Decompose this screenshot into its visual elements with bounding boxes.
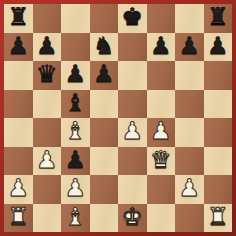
piece-white-pawn[interactable]: ♟ <box>150 119 172 143</box>
square-c6[interactable]: ♟ <box>61 61 90 90</box>
square-c4[interactable]: ♝ <box>61 118 90 147</box>
square-c1[interactable]: ♝ <box>61 204 90 233</box>
square-c5[interactable]: ♝ <box>61 90 90 119</box>
square-b6[interactable]: ♛ <box>33 61 62 90</box>
square-e7[interactable] <box>118 33 147 62</box>
piece-white-pawn[interactable]: ♟ <box>121 119 143 143</box>
piece-white-pawn[interactable]: ♟ <box>7 176 29 200</box>
square-g6[interactable] <box>175 61 204 90</box>
square-c3[interactable]: ♟ <box>61 147 90 176</box>
piece-black-rook[interactable]: ♜ <box>207 5 229 29</box>
piece-black-pawn[interactable]: ♟ <box>150 34 172 58</box>
square-h8[interactable]: ♜ <box>204 4 233 33</box>
piece-black-bishop[interactable]: ♝ <box>64 91 86 115</box>
square-e1[interactable]: ♚ <box>118 204 147 233</box>
square-f8[interactable] <box>147 4 176 33</box>
square-d8[interactable] <box>90 4 119 33</box>
piece-black-pawn[interactable]: ♟ <box>93 62 115 86</box>
piece-black-pawn[interactable]: ♟ <box>7 34 29 58</box>
square-f7[interactable]: ♟ <box>147 33 176 62</box>
piece-white-rook[interactable]: ♜ <box>7 205 29 229</box>
square-d3[interactable] <box>90 147 119 176</box>
square-d1[interactable] <box>90 204 119 233</box>
square-e2[interactable] <box>118 175 147 204</box>
piece-black-rook[interactable]: ♜ <box>7 5 29 29</box>
square-f3[interactable]: ♛ <box>147 147 176 176</box>
square-g1[interactable] <box>175 204 204 233</box>
square-f5[interactable] <box>147 90 176 119</box>
square-g5[interactable] <box>175 90 204 119</box>
piece-black-pawn[interactable]: ♟ <box>64 148 86 172</box>
piece-white-queen[interactable]: ♛ <box>150 148 172 172</box>
board-frame: ♜♚♜♟♟♞♟♟♟♛♟♟♝♝♟♟♟♟♛♟♟♟♜♝♚♜ <box>0 0 236 236</box>
square-e4[interactable]: ♟ <box>118 118 147 147</box>
square-c7[interactable] <box>61 33 90 62</box>
piece-white-pawn[interactable]: ♟ <box>36 148 58 172</box>
square-b4[interactable] <box>33 118 62 147</box>
square-h5[interactable] <box>204 90 233 119</box>
square-g8[interactable] <box>175 4 204 33</box>
square-a3[interactable] <box>4 147 33 176</box>
square-g2[interactable]: ♟ <box>175 175 204 204</box>
square-g3[interactable] <box>175 147 204 176</box>
square-b8[interactable] <box>33 4 62 33</box>
square-b2[interactable] <box>33 175 62 204</box>
square-f6[interactable] <box>147 61 176 90</box>
piece-black-king[interactable]: ♚ <box>121 5 143 29</box>
piece-black-knight[interactable]: ♞ <box>93 34 115 58</box>
square-a2[interactable]: ♟ <box>4 175 33 204</box>
piece-white-pawn[interactable]: ♟ <box>64 176 86 200</box>
square-b1[interactable] <box>33 204 62 233</box>
square-h1[interactable]: ♜ <box>204 204 233 233</box>
square-e8[interactable]: ♚ <box>118 4 147 33</box>
piece-black-queen[interactable]: ♛ <box>36 62 58 86</box>
piece-black-pawn[interactable]: ♟ <box>207 34 229 58</box>
square-f2[interactable] <box>147 175 176 204</box>
square-e6[interactable] <box>118 61 147 90</box>
piece-white-bishop[interactable]: ♝ <box>64 205 86 229</box>
piece-white-king[interactable]: ♚ <box>121 205 143 229</box>
square-d2[interactable] <box>90 175 119 204</box>
piece-white-bishop[interactable]: ♝ <box>64 119 86 143</box>
chess-board: ♜♚♜♟♟♞♟♟♟♛♟♟♝♝♟♟♟♟♛♟♟♟♜♝♚♜ <box>4 4 232 232</box>
square-e5[interactable] <box>118 90 147 119</box>
piece-black-pawn[interactable]: ♟ <box>36 34 58 58</box>
square-d6[interactable]: ♟ <box>90 61 119 90</box>
piece-white-pawn[interactable]: ♟ <box>178 176 200 200</box>
square-b5[interactable] <box>33 90 62 119</box>
square-a4[interactable] <box>4 118 33 147</box>
square-d4[interactable] <box>90 118 119 147</box>
square-c2[interactable]: ♟ <box>61 175 90 204</box>
square-g4[interactable] <box>175 118 204 147</box>
piece-black-pawn[interactable]: ♟ <box>64 62 86 86</box>
square-g7[interactable]: ♟ <box>175 33 204 62</box>
square-a8[interactable]: ♜ <box>4 4 33 33</box>
square-h2[interactable] <box>204 175 233 204</box>
square-a1[interactable]: ♜ <box>4 204 33 233</box>
square-d5[interactable] <box>90 90 119 119</box>
square-h7[interactable]: ♟ <box>204 33 233 62</box>
square-a6[interactable] <box>4 61 33 90</box>
square-e3[interactable] <box>118 147 147 176</box>
square-b3[interactable]: ♟ <box>33 147 62 176</box>
square-a5[interactable] <box>4 90 33 119</box>
piece-black-pawn[interactable]: ♟ <box>178 34 200 58</box>
square-h3[interactable] <box>204 147 233 176</box>
square-h4[interactable] <box>204 118 233 147</box>
square-b7[interactable]: ♟ <box>33 33 62 62</box>
square-c8[interactable] <box>61 4 90 33</box>
square-d7[interactable]: ♞ <box>90 33 119 62</box>
square-a7[interactable]: ♟ <box>4 33 33 62</box>
square-f1[interactable] <box>147 204 176 233</box>
square-h6[interactable] <box>204 61 233 90</box>
square-f4[interactable]: ♟ <box>147 118 176 147</box>
piece-white-rook[interactable]: ♜ <box>207 205 229 229</box>
